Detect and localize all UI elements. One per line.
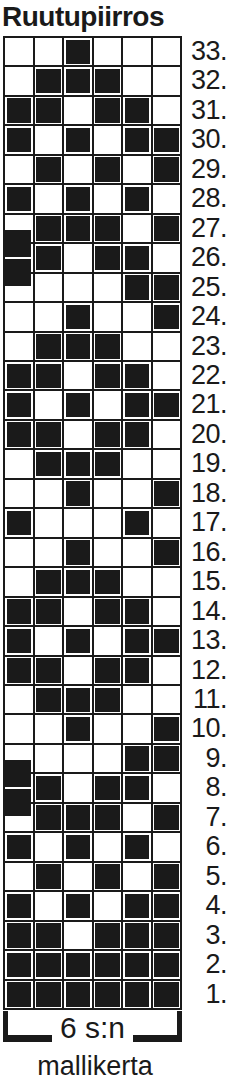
cell-r26-c2 <box>34 243 64 272</box>
row-label-2: 2. <box>183 950 227 979</box>
cell-r9-c6 <box>152 744 182 773</box>
cell-r30-c4 <box>93 125 123 154</box>
cell-r8-c2 <box>34 773 64 802</box>
cell-r23-c4 <box>93 332 123 361</box>
cell-r1-c6 <box>152 980 182 1009</box>
cell-r22-c3 <box>63 361 93 390</box>
cell-r25-c6 <box>152 273 182 302</box>
row-label-21: 21. <box>183 390 227 419</box>
cell-r4-c5 <box>122 891 152 920</box>
cell-r30-c6 <box>152 125 182 154</box>
row-label-8: 8. <box>183 773 227 802</box>
row-label-27: 27. <box>183 214 227 243</box>
cell-r2-c5 <box>122 950 152 979</box>
cell-r32-c2 <box>34 66 64 95</box>
cell-r6-c5 <box>122 832 152 861</box>
cell-r24-c3 <box>63 302 93 331</box>
cell-r18-c6 <box>152 479 182 508</box>
cell-r5-c3 <box>63 862 93 891</box>
cell-r4-c2 <box>34 891 64 920</box>
cell-r14-c3 <box>63 597 93 626</box>
cell-r6-c1 <box>4 832 34 861</box>
cell-r11-c4 <box>93 685 123 714</box>
cell-r1-c5 <box>122 980 152 1009</box>
cell-r12-c4 <box>93 656 123 685</box>
cell-r18-c2 <box>34 479 64 508</box>
cell-r13-c1 <box>4 626 34 655</box>
cell-r23-c6 <box>152 332 182 361</box>
cell-r10-c5 <box>122 714 152 743</box>
cell-r33-c6 <box>152 37 182 66</box>
cell-r31-c1 <box>4 96 34 125</box>
cell-r21-c1 <box>4 390 34 419</box>
repeat-bracket-right-bar <box>133 1035 182 1042</box>
cell-r7-c3 <box>63 803 93 832</box>
cell-r32-c1 <box>4 66 34 95</box>
cell-r28-c6 <box>152 184 182 213</box>
cell-r7-c2 <box>34 803 64 832</box>
cell-r2-c4 <box>93 950 123 979</box>
cell-r27-c6 <box>152 214 182 243</box>
cell-r27-c4 <box>93 214 123 243</box>
cell-r8-c4 <box>93 773 123 802</box>
cell-r20-c3 <box>63 420 93 449</box>
cell-r1-c3 <box>63 980 93 1009</box>
cell-r12-c3 <box>63 656 93 685</box>
cell-r7-c5 <box>122 803 152 832</box>
cell-r17-c3 <box>63 508 93 537</box>
cell-r4-c6 <box>152 891 182 920</box>
cell-r33-c1 <box>4 37 34 66</box>
cell-r18-c5 <box>122 479 152 508</box>
cell-r28-c3 <box>63 184 93 213</box>
cell-r25-c1 <box>4 273 34 302</box>
cell-r4-c4 <box>93 891 123 920</box>
row-label-28: 28. <box>183 184 227 213</box>
cell-r7-c6 <box>152 803 182 832</box>
cell-r27-c2 <box>34 214 64 243</box>
row-label-6: 6. <box>183 832 227 861</box>
cell-r23-c5 <box>122 332 152 361</box>
cell-r13-c2 <box>34 626 64 655</box>
cell-r32-c3 <box>63 66 93 95</box>
cell-r9-c4 <box>93 744 123 773</box>
cell-r3-c2 <box>34 921 64 950</box>
cell-r20-c2 <box>34 420 64 449</box>
cell-r9-c2 <box>34 744 64 773</box>
cell-r15-c5 <box>122 567 152 596</box>
cell-r33-c4 <box>93 37 123 66</box>
cell-r22-c1 <box>4 361 34 390</box>
row-label-10: 10. <box>183 714 227 743</box>
cell-r7-c1 <box>4 803 34 832</box>
row-label-31: 31. <box>183 96 227 125</box>
cell-r27-c5 <box>122 214 152 243</box>
cell-r29-c6 <box>152 155 182 184</box>
row-label-20: 20. <box>183 420 227 449</box>
cell-r5-c1 <box>4 862 34 891</box>
cell-r19-c4 <box>93 449 123 478</box>
cell-r2-c6 <box>152 950 182 979</box>
cell-r23-c2 <box>34 332 64 361</box>
cell-r10-c6 <box>152 714 182 743</box>
cell-r3-c4 <box>93 921 123 950</box>
cell-r2-c1 <box>4 950 34 979</box>
cell-r23-c1 <box>4 332 34 361</box>
cell-r17-c2 <box>34 508 64 537</box>
cell-r16-c6 <box>152 538 182 567</box>
row-label-13: 13. <box>183 626 227 655</box>
cell-r10-c1 <box>4 714 34 743</box>
cell-r5-c2 <box>34 862 64 891</box>
cell-r20-c5 <box>122 420 152 449</box>
cell-r13-c3 <box>63 626 93 655</box>
cell-r4-c1 <box>4 891 34 920</box>
cell-r5-c4 <box>93 862 123 891</box>
cell-r33-c3 <box>63 37 93 66</box>
cell-r4-c3 <box>63 891 93 920</box>
row-label-26: 26. <box>183 243 227 272</box>
cell-r16-c1 <box>4 538 34 567</box>
cell-r29-c5 <box>122 155 152 184</box>
cell-r31-c5 <box>122 96 152 125</box>
cell-r18-c4 <box>93 479 123 508</box>
cell-r2-c3 <box>63 950 93 979</box>
chart-grid <box>3 36 182 1010</box>
cell-r24-c1 <box>4 302 34 331</box>
repeat-bracket-left-bar <box>3 1035 52 1042</box>
row-label-16: 16. <box>183 538 227 567</box>
cell-r22-c6 <box>152 361 182 390</box>
row-label-1: 1. <box>183 980 227 1009</box>
cell-r31-c3 <box>63 96 93 125</box>
cell-r14-c4 <box>93 597 123 626</box>
cell-r28-c1 <box>4 184 34 213</box>
cell-r30-c5 <box>122 125 152 154</box>
cell-r3-c3 <box>63 921 93 950</box>
row-label-30: 30. <box>183 125 227 154</box>
cell-r29-c4 <box>93 155 123 184</box>
cell-r32-c6 <box>152 66 182 95</box>
cell-r19-c3 <box>63 449 93 478</box>
cell-r6-c2 <box>34 832 64 861</box>
chart-title: Ruutupiirros <box>2 1 164 33</box>
row-label-14: 14. <box>183 597 227 626</box>
cell-r28-c5 <box>122 184 152 213</box>
cell-r22-c2 <box>34 361 64 390</box>
cell-r17-c6 <box>152 508 182 537</box>
cell-r16-c5 <box>122 538 152 567</box>
cell-r24-c4 <box>93 302 123 331</box>
cell-r29-c3 <box>63 155 93 184</box>
cell-r10-c3 <box>63 714 93 743</box>
row-label-7: 7. <box>183 803 227 832</box>
row-label-15: 15. <box>183 567 227 596</box>
cell-r20-c4 <box>93 420 123 449</box>
cell-r3-c1 <box>4 921 34 950</box>
cell-r30-c3 <box>63 125 93 154</box>
row-label-11: 11. <box>183 685 227 714</box>
cell-r17-c4 <box>93 508 123 537</box>
cell-r11-c1 <box>4 685 34 714</box>
row-label-9: 9. <box>183 744 227 773</box>
cell-r20-c1 <box>4 420 34 449</box>
cell-r26-c3 <box>63 243 93 272</box>
cell-r22-c5 <box>122 361 152 390</box>
cell-r18-c1 <box>4 479 34 508</box>
cell-r1-c4 <box>93 980 123 1009</box>
cell-r5-c5 <box>122 862 152 891</box>
cell-r31-c4 <box>93 96 123 125</box>
cell-r9-c5 <box>122 744 152 773</box>
row-label-32: 32. <box>183 66 227 95</box>
cell-r6-c3 <box>63 832 93 861</box>
cell-r15-c3 <box>63 567 93 596</box>
cell-r28-c4 <box>93 184 123 213</box>
repeat-width-label: 6 s:n <box>51 1013 134 1043</box>
cell-r12-c5 <box>122 656 152 685</box>
row-label-24: 24. <box>183 302 227 331</box>
cell-r2-c2 <box>34 950 64 979</box>
cell-r16-c4 <box>93 538 123 567</box>
cell-r26-c4 <box>93 243 123 272</box>
cell-r8-c6 <box>152 773 182 802</box>
cell-r32-c5 <box>122 66 152 95</box>
cell-r13-c6 <box>152 626 182 655</box>
row-label-17: 17. <box>183 508 227 537</box>
row-label-22: 22. <box>183 361 227 390</box>
cell-r7-c4 <box>93 803 123 832</box>
row-label-29: 29. <box>183 155 227 184</box>
cell-r23-c3 <box>63 332 93 361</box>
cell-r26-c6 <box>152 243 182 272</box>
cell-r17-c1 <box>4 508 34 537</box>
cell-r15-c1 <box>4 567 34 596</box>
cell-r14-c2 <box>34 597 64 626</box>
cell-r21-c6 <box>152 390 182 419</box>
cell-r21-c3 <box>63 390 93 419</box>
cell-r8-c5 <box>122 773 152 802</box>
cell-r8-c1 <box>4 773 34 802</box>
cell-r18-c3 <box>63 479 93 508</box>
repeat-caption: mallikerta <box>0 1051 190 1082</box>
cell-r22-c4 <box>93 361 123 390</box>
cell-r14-c6 <box>152 597 182 626</box>
cell-r3-c6 <box>152 921 182 950</box>
cell-r19-c5 <box>122 449 152 478</box>
cell-r26-c1 <box>4 243 34 272</box>
cell-r6-c4 <box>93 832 123 861</box>
cell-r25-c2 <box>34 273 64 302</box>
row-label-23: 23. <box>183 332 227 361</box>
cell-r26-c5 <box>122 243 152 272</box>
row-label-25: 25. <box>183 273 227 302</box>
cell-r32-c4 <box>93 66 123 95</box>
cell-r14-c1 <box>4 597 34 626</box>
row-label-5: 5. <box>183 862 227 891</box>
cell-r24-c5 <box>122 302 152 331</box>
cell-r3-c5 <box>122 921 152 950</box>
cell-r11-c6 <box>152 685 182 714</box>
cell-r33-c5 <box>122 37 152 66</box>
cell-r16-c3 <box>63 538 93 567</box>
cell-r21-c5 <box>122 390 152 419</box>
cell-r33-c2 <box>34 37 64 66</box>
cell-r12-c6 <box>152 656 182 685</box>
cell-r21-c4 <box>93 390 123 419</box>
cell-r19-c2 <box>34 449 64 478</box>
row-label-4: 4. <box>183 891 227 920</box>
row-label-18: 18. <box>183 479 227 508</box>
cell-r11-c3 <box>63 685 93 714</box>
cell-r19-c6 <box>152 449 182 478</box>
cell-r30-c1 <box>4 125 34 154</box>
cell-r17-c5 <box>122 508 152 537</box>
cell-r24-c6 <box>152 302 182 331</box>
cell-r25-c5 <box>122 273 152 302</box>
cell-r25-c3 <box>63 273 93 302</box>
row-labels-column: 33.32.31.30.29.28.27.26.25.24.23.22.21.2… <box>184 37 228 1009</box>
cell-r9-c1 <box>4 744 34 773</box>
cell-r11-c2 <box>34 685 64 714</box>
cell-r20-c6 <box>152 420 182 449</box>
cell-r30-c2 <box>34 125 64 154</box>
cell-r29-c2 <box>34 155 64 184</box>
cell-r12-c2 <box>34 656 64 685</box>
row-label-3: 3. <box>183 921 227 950</box>
cell-r27-c1 <box>4 214 34 243</box>
cell-r10-c2 <box>34 714 64 743</box>
cell-r25-c4 <box>93 273 123 302</box>
cell-r27-c3 <box>63 214 93 243</box>
cell-r31-c2 <box>34 96 64 125</box>
cell-r8-c3 <box>63 773 93 802</box>
cell-r13-c4 <box>93 626 123 655</box>
cell-r11-c5 <box>122 685 152 714</box>
cell-r21-c2 <box>34 390 64 419</box>
row-label-33: 33. <box>183 37 227 66</box>
cell-r16-c2 <box>34 538 64 567</box>
cell-r31-c6 <box>152 96 182 125</box>
cell-r15-c2 <box>34 567 64 596</box>
cell-r1-c1 <box>4 980 34 1009</box>
cell-r29-c1 <box>4 155 34 184</box>
cell-r13-c5 <box>122 626 152 655</box>
cell-r14-c5 <box>122 597 152 626</box>
cell-r9-c3 <box>63 744 93 773</box>
cell-r12-c1 <box>4 656 34 685</box>
cell-r19-c1 <box>4 449 34 478</box>
cell-r6-c6 <box>152 832 182 861</box>
cell-r10-c4 <box>93 714 123 743</box>
row-label-19: 19. <box>183 449 227 478</box>
cell-r5-c6 <box>152 862 182 891</box>
cell-r28-c2 <box>34 184 64 213</box>
row-label-12: 12. <box>183 656 227 685</box>
cell-r15-c6 <box>152 567 182 596</box>
cell-r1-c2 <box>34 980 64 1009</box>
cell-r15-c4 <box>93 567 123 596</box>
cell-r24-c2 <box>34 302 64 331</box>
